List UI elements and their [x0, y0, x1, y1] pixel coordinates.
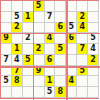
sudoku-cell-r9c1[interactable] — [1, 87, 12, 98]
sudoku-cell-r1c1[interactable] — [1, 1, 12, 12]
sudoku-cell-r4c2[interactable] — [12, 33, 23, 44]
sudoku-cell-r5c5[interactable] — [45, 44, 56, 55]
sudoku-cell-r8c8[interactable] — [77, 76, 88, 87]
sudoku-cell-r5c2[interactable]: 1 — [12, 44, 23, 55]
sudoku-cell-r4c6[interactable] — [55, 33, 66, 44]
sudoku-cell-r2c8[interactable]: 2 — [77, 12, 88, 23]
sudoku-cell-r2c6[interactable] — [55, 12, 66, 23]
sudoku-cell-r3c6[interactable]: 6 — [55, 23, 66, 34]
sudoku-cell-r3c5[interactable] — [45, 23, 56, 34]
sudoku-cell-r3c1[interactable] — [1, 23, 12, 34]
sudoku-cell-r6c2[interactable]: 4 — [12, 55, 23, 66]
sudoku-cell-r4c4[interactable] — [34, 33, 45, 44]
sudoku-cell-r2c5[interactable]: 7 — [45, 12, 56, 23]
box-line-horizontal-1 — [0, 33, 100, 35]
sudoku-cell-r3c2[interactable]: 2 — [12, 23, 23, 34]
sudoku-cell-r1c6[interactable] — [55, 1, 66, 12]
sudoku-cell-r9c7[interactable] — [66, 87, 77, 98]
sudoku-viewport: 551722654924651257474562795581458 — [0, 0, 100, 100]
sudoku-cell-r1c8[interactable] — [77, 1, 88, 12]
sudoku-cell-r5c4[interactable]: 2 — [34, 44, 45, 55]
box-line-horizontal-2 — [0, 66, 100, 68]
sudoku-cell-r9c9[interactable] — [88, 87, 99, 98]
sudoku-cell-r3c8[interactable]: 4 — [77, 23, 88, 34]
sudoku-cell-r9c6[interactable]: 8 — [55, 87, 66, 98]
box-line-vertical-1 — [33, 0, 35, 100]
sudoku-cell-r3c7[interactable]: 5 — [66, 23, 77, 34]
sudoku-cell-r9c8[interactable] — [77, 87, 88, 98]
sudoku-cell-r6c7[interactable] — [66, 55, 77, 66]
sudoku-cell-r1c7[interactable] — [66, 1, 77, 12]
sudoku-cell-r3c4[interactable] — [34, 23, 45, 34]
sudoku-cell-r4c1[interactable]: 9 — [1, 33, 12, 44]
sudoku-cell-r5c9[interactable]: 4 — [88, 44, 99, 55]
sudoku-cell-r6c6[interactable] — [55, 55, 66, 66]
sudoku-cell-r6c4[interactable] — [34, 55, 45, 66]
sudoku-cell-r4c7[interactable]: 6 — [66, 33, 77, 44]
sudoku-cell-r8c1[interactable]: 5 — [1, 76, 12, 87]
sudoku-cell-r8c2[interactable]: 8 — [12, 76, 23, 87]
sudoku-cell-r5c8[interactable]: 7 — [77, 44, 88, 55]
box-line-vertical-2 — [66, 0, 68, 100]
sudoku-cell-r2c9[interactable] — [88, 12, 99, 23]
sudoku-cell-r8c9[interactable] — [88, 76, 99, 87]
sudoku-cell-r4c8[interactable] — [77, 33, 88, 44]
sudoku-cell-r1c4[interactable]: 5 — [34, 1, 45, 12]
sudoku-cell-r5c1[interactable] — [1, 44, 12, 55]
sudoku-cell-r1c5[interactable] — [45, 1, 56, 12]
sudoku-cell-r5c6[interactable]: 5 — [55, 44, 66, 55]
sudoku-cell-r1c9[interactable] — [88, 1, 99, 12]
sudoku-cell-r2c1[interactable] — [1, 12, 12, 23]
sudoku-cell-r9c4[interactable] — [34, 87, 45, 98]
sudoku-cell-r4c9[interactable]: 5 — [88, 33, 99, 44]
sudoku-cell-r9c2[interactable] — [12, 87, 23, 98]
sudoku-cell-r8c4[interactable] — [34, 76, 45, 87]
sudoku-cell-r1c2[interactable] — [12, 1, 23, 12]
sudoku-cell-r2c4[interactable] — [34, 12, 45, 23]
sudoku-cell-r2c7[interactable] — [66, 12, 77, 23]
sudoku-cell-r6c9[interactable]: 2 — [88, 55, 99, 66]
sudoku-cell-r8c6[interactable] — [55, 76, 66, 87]
sudoku-cell-r4c5[interactable]: 4 — [45, 33, 56, 44]
sudoku-board: 551722654924651257474562795581458 — [0, 0, 99, 99]
sudoku-cell-r8c5[interactable]: 1 — [45, 76, 56, 87]
sudoku-cell-r6c8[interactable] — [77, 55, 88, 66]
sudoku-cell-r2c2[interactable]: 5 — [12, 12, 23, 23]
sudoku-cell-r8c7[interactable]: 4 — [66, 76, 77, 87]
sudoku-cell-r5c7[interactable] — [66, 44, 77, 55]
sudoku-cell-r6c5[interactable]: 6 — [45, 55, 56, 66]
sudoku-cell-r6c1[interactable]: 7 — [1, 55, 12, 66]
sudoku-cell-r9c5[interactable]: 5 — [45, 87, 56, 98]
sudoku-cell-r3c9[interactable] — [88, 23, 99, 34]
